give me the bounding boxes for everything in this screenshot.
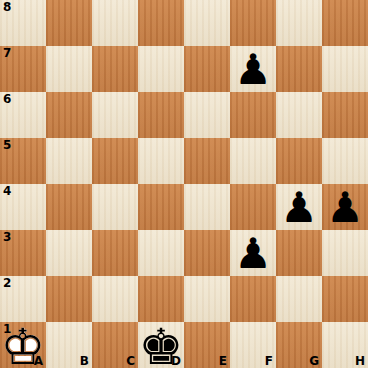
- square-g6[interactable]: [276, 92, 322, 138]
- black-pawn-glyph: ♟: [234, 233, 272, 275]
- file-label-c: C: [126, 354, 135, 368]
- square-e3[interactable]: [184, 230, 230, 276]
- square-g7[interactable]: [276, 46, 322, 92]
- square-a3[interactable]: 3: [0, 230, 46, 276]
- square-h8[interactable]: [322, 0, 368, 46]
- square-a7[interactable]: 7: [0, 46, 46, 92]
- square-b4[interactable]: [46, 184, 92, 230]
- square-h1[interactable]: H: [322, 322, 368, 368]
- square-b7[interactable]: [46, 46, 92, 92]
- square-f4[interactable]: [230, 184, 276, 230]
- square-c5[interactable]: [92, 138, 138, 184]
- chess-board: 87♟654♟♟3♟21A♚♔BCD♚EFGH: [0, 0, 368, 368]
- square-f1[interactable]: F: [230, 322, 276, 368]
- square-e8[interactable]: [184, 0, 230, 46]
- square-f6[interactable]: [230, 92, 276, 138]
- black-pawn-glyph: ♟: [280, 187, 318, 229]
- square-e1[interactable]: E: [184, 322, 230, 368]
- square-b8[interactable]: [46, 0, 92, 46]
- file-label-h: H: [355, 354, 365, 368]
- square-c3[interactable]: [92, 230, 138, 276]
- square-a2[interactable]: 2: [0, 276, 46, 322]
- square-h3[interactable]: [322, 230, 368, 276]
- rank-label-1: 1: [3, 322, 11, 336]
- square-e5[interactable]: [184, 138, 230, 184]
- black-pawn-g4[interactable]: ♟: [276, 184, 322, 230]
- rank-label-2: 2: [3, 276, 11, 290]
- square-e6[interactable]: [184, 92, 230, 138]
- square-h4[interactable]: ♟: [322, 184, 368, 230]
- black-pawn-f7[interactable]: ♟: [230, 46, 276, 92]
- square-a6[interactable]: 6: [0, 92, 46, 138]
- square-e2[interactable]: [184, 276, 230, 322]
- square-g5[interactable]: [276, 138, 322, 184]
- rank-label-3: 3: [3, 230, 11, 244]
- square-b5[interactable]: [46, 138, 92, 184]
- square-d2[interactable]: [138, 276, 184, 322]
- square-c8[interactable]: [92, 0, 138, 46]
- square-b2[interactable]: [46, 276, 92, 322]
- square-d1[interactable]: D♚: [138, 322, 184, 368]
- square-d7[interactable]: [138, 46, 184, 92]
- square-g4[interactable]: ♟: [276, 184, 322, 230]
- square-g3[interactable]: [276, 230, 322, 276]
- square-e7[interactable]: [184, 46, 230, 92]
- black-pawn-glyph: ♟: [234, 49, 272, 91]
- square-c1[interactable]: C: [92, 322, 138, 368]
- square-h2[interactable]: [322, 276, 368, 322]
- square-b1[interactable]: B: [46, 322, 92, 368]
- file-label-f: F: [265, 354, 273, 368]
- file-label-a: A: [34, 354, 43, 368]
- square-d5[interactable]: [138, 138, 184, 184]
- square-d8[interactable]: [138, 0, 184, 46]
- square-d3[interactable]: [138, 230, 184, 276]
- file-label-g: G: [309, 354, 319, 368]
- file-label-b: B: [80, 354, 89, 368]
- square-c2[interactable]: [92, 276, 138, 322]
- file-label-e: E: [219, 354, 227, 368]
- square-c4[interactable]: [92, 184, 138, 230]
- square-h6[interactable]: [322, 92, 368, 138]
- square-g2[interactable]: [276, 276, 322, 322]
- square-c7[interactable]: [92, 46, 138, 92]
- square-a5[interactable]: 5: [0, 138, 46, 184]
- rank-label-7: 7: [3, 46, 11, 60]
- square-f8[interactable]: [230, 0, 276, 46]
- square-a1[interactable]: 1A♚♔: [0, 322, 46, 368]
- square-f5[interactable]: [230, 138, 276, 184]
- file-label-d: D: [171, 354, 181, 368]
- square-h5[interactable]: [322, 138, 368, 184]
- rank-label-8: 8: [3, 0, 11, 14]
- square-d4[interactable]: [138, 184, 184, 230]
- rank-label-5: 5: [3, 138, 11, 152]
- square-a8[interactable]: 8: [0, 0, 46, 46]
- black-pawn-glyph: ♟: [326, 187, 364, 229]
- rank-label-6: 6: [3, 92, 11, 106]
- square-a4[interactable]: 4: [0, 184, 46, 230]
- square-h7[interactable]: [322, 46, 368, 92]
- square-f3[interactable]: ♟: [230, 230, 276, 276]
- square-e4[interactable]: [184, 184, 230, 230]
- square-b6[interactable]: [46, 92, 92, 138]
- square-f7[interactable]: ♟: [230, 46, 276, 92]
- square-c6[interactable]: [92, 92, 138, 138]
- square-f2[interactable]: [230, 276, 276, 322]
- black-pawn-h4[interactable]: ♟: [322, 184, 368, 230]
- rank-label-4: 4: [3, 184, 11, 198]
- black-pawn-f3[interactable]: ♟: [230, 230, 276, 276]
- square-g1[interactable]: G: [276, 322, 322, 368]
- square-b3[interactable]: [46, 230, 92, 276]
- square-d6[interactable]: [138, 92, 184, 138]
- square-g8[interactable]: [276, 0, 322, 46]
